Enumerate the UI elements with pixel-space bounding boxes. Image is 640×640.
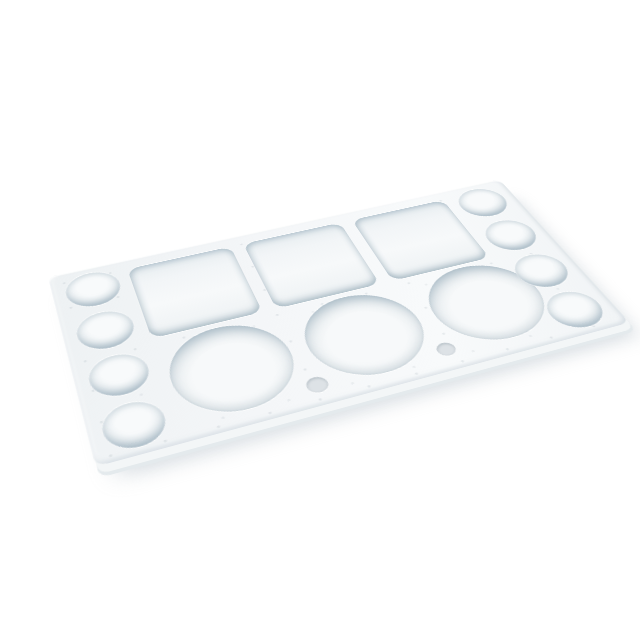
small-round-well-left-3 (84, 349, 154, 402)
small-round-well-right-1 (451, 185, 516, 220)
brush-hole-2 (433, 341, 459, 358)
small-round-well-left-2 (73, 306, 139, 354)
small-round-well-right-4 (537, 287, 613, 333)
small-round-well-left-1 (62, 268, 125, 312)
small-round-well-right-2 (477, 216, 545, 254)
large-round-well-2 (289, 285, 444, 387)
small-round-well-left-4 (97, 396, 171, 455)
paint-palette (48, 179, 630, 467)
photo-background (0, 0, 640, 640)
brush-hole-1 (303, 375, 331, 395)
